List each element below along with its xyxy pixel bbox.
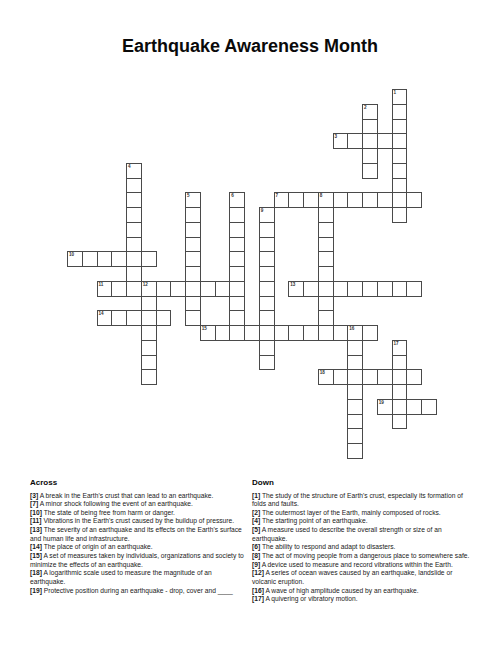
crossword-cell[interactable] [259, 355, 275, 371]
clue-text: The severity of an earthquake and its ef… [30, 526, 242, 542]
cell-number: 1 [394, 90, 397, 95]
down-clue-list: [1] The study of the structure of Earth'… [252, 492, 474, 605]
crossword-cell[interactable] [362, 133, 378, 149]
crossword-cell[interactable] [288, 192, 304, 208]
crossword-cell[interactable] [377, 192, 393, 208]
across-clue-list: [3] A break in the Earth's crust that ca… [30, 492, 247, 596]
crossword-cell[interactable] [274, 325, 290, 341]
crossword-cell[interactable] [215, 325, 231, 341]
cell-number: 6 [231, 193, 234, 198]
crossword-cell[interactable] [333, 281, 349, 297]
clue-text: A logarithmic scale used to measure the … [30, 569, 212, 585]
crossword-cell[interactable] [392, 192, 408, 208]
crossword-cell[interactable] [392, 119, 408, 135]
crossword-cell[interactable] [259, 266, 275, 282]
crossword-cell[interactable] [141, 325, 157, 341]
crossword-cell[interactable] [259, 237, 275, 253]
cell-number: 12 [143, 282, 148, 287]
crossword-cell[interactable] [318, 325, 334, 341]
crossword-cell[interactable] [318, 281, 334, 297]
cell-number: 5 [187, 193, 190, 198]
clue-item-14-across: [14] The place of origin of an earthquak… [30, 543, 247, 552]
crossword-cell[interactable]: 1 [392, 89, 408, 105]
crossword-cell[interactable] [141, 355, 157, 371]
clue-item-12-down: [12] A series of ocean waves caused by a… [252, 569, 474, 586]
crossword-cell[interactable]: 15 [200, 325, 216, 341]
clue-number: [4] [252, 517, 260, 524]
clue-item-13-across: [13] The severity of an earthquake and i… [30, 526, 247, 543]
crossword-cell[interactable]: 4 [126, 163, 142, 179]
crossword-cell[interactable] [259, 281, 275, 297]
crossword-cell[interactable] [318, 222, 334, 238]
crossword-cell[interactable] [347, 355, 363, 371]
clue-number: [5] [252, 526, 260, 533]
crossword-cell[interactable]: 5 [185, 192, 201, 208]
crossword-cell[interactable] [392, 281, 408, 297]
clue-number: [12] [252, 569, 264, 576]
crossword-cell[interactable] [303, 281, 319, 297]
crossword-cell[interactable] [126, 222, 142, 238]
clue-number: [18] [30, 569, 42, 576]
crossword-cell[interactable]: 7 [274, 192, 290, 208]
clue-item-5-down: [5] A measure used to describe the overa… [252, 526, 474, 543]
crossword-cell[interactable] [421, 399, 437, 415]
clue-number: [9] [252, 561, 260, 568]
clue-number: [15] [30, 552, 42, 559]
crossword-cell[interactable] [362, 163, 378, 179]
clue-text: The starting point of an earthquake. [260, 517, 367, 524]
cell-number: 14 [99, 311, 104, 316]
crossword-cell[interactable] [392, 207, 408, 223]
clue-item-18-across: [18] A logarithmic scale used to measure… [30, 569, 247, 586]
clue-text: A quivering or vibratory motion. [264, 595, 358, 602]
clue-number: [3] [30, 492, 38, 499]
clue-number: [7] [30, 500, 38, 507]
crossword-cell[interactable] [347, 399, 363, 415]
crossword-cell[interactable] [126, 266, 142, 282]
cell-number: 2 [364, 105, 367, 110]
crossword-cell[interactable] [347, 281, 363, 297]
clue-item-10-across: [10] The state of being free from harm o… [30, 509, 247, 518]
crossword-cell[interactable] [185, 310, 201, 326]
crossword-cell[interactable] [229, 222, 245, 238]
cell-number: 4 [128, 164, 131, 169]
clue-text: A series of ocean waves caused by an ear… [252, 569, 452, 585]
clue-item-9-down: [9] A device used to measure and record … [252, 561, 474, 570]
crossword-cell[interactable] [185, 237, 201, 253]
clue-item-8-down: [8] The act of moving people from a dang… [252, 552, 474, 561]
crossword-cell[interactable] [229, 251, 245, 267]
crossword-cell[interactable] [347, 443, 363, 459]
crossword-cell[interactable] [126, 251, 142, 267]
cell-number: 9 [261, 208, 264, 213]
clue-text: A measure used to describe the overall s… [252, 526, 442, 542]
clue-number: [17] [252, 595, 264, 602]
crossword-cell[interactable] [229, 296, 245, 312]
crossword-cell[interactable] [362, 325, 378, 341]
clue-item-6-down: [6] The ability to respond and adapt to … [252, 543, 474, 552]
crossword-cell[interactable] [333, 192, 349, 208]
crossword-cell[interactable] [126, 237, 142, 253]
crossword-cell[interactable] [259, 310, 275, 326]
crossword-cell[interactable] [259, 251, 275, 267]
clue-item-17-down: [17] A quivering or vibratory motion. [252, 595, 474, 604]
crossword-cell[interactable] [111, 281, 127, 297]
clue-number: [2] [252, 509, 260, 516]
clue-number: [6] [252, 543, 260, 550]
crossword-cell[interactable] [392, 148, 408, 164]
crossword-page: Earthquake Awareness Month 1234567891011… [0, 0, 500, 647]
cell-number: 19 [379, 400, 384, 405]
crossword-cell[interactable] [392, 163, 408, 179]
across-clues-section: Across [3] A break in the Earth's crust … [30, 478, 247, 595]
crossword-cell[interactable] [362, 281, 378, 297]
crossword-cell[interactable]: 16 [347, 325, 363, 341]
crossword-cell[interactable]: 9 [259, 207, 275, 223]
clue-item-7-across: [7] A minor shock following the event of… [30, 500, 247, 509]
crossword-cell[interactable] [259, 325, 275, 341]
crossword-cell[interactable] [333, 325, 349, 341]
clue-item-3-across: [3] A break in the Earth's crust that ca… [30, 492, 247, 501]
clue-item-11-across: [11] Vibrations in the Earth's crust cau… [30, 517, 247, 526]
crossword-cell[interactable] [126, 310, 142, 326]
cell-number: 7 [276, 193, 279, 198]
crossword-cell[interactable] [392, 384, 408, 400]
clue-number: [11] [30, 517, 42, 524]
crossword-cell[interactable] [111, 310, 127, 326]
clue-text: The place of origin of an earthquake. [42, 543, 153, 550]
crossword-cell[interactable] [141, 296, 157, 312]
crossword-cell[interactable] [185, 207, 201, 223]
crossword-cell[interactable] [156, 281, 172, 297]
crossword-cell[interactable] [141, 340, 157, 356]
clue-text: The ability to respond and adapt to disa… [260, 543, 395, 550]
crossword-cell[interactable] [229, 237, 245, 253]
crossword-cell[interactable] [170, 281, 186, 297]
crossword-cell[interactable] [111, 251, 127, 267]
cell-number: 3 [335, 134, 338, 139]
crossword-cell[interactable] [185, 296, 201, 312]
crossword-cell[interactable] [82, 251, 98, 267]
crossword-cell[interactable] [392, 178, 408, 194]
crossword-cell[interactable]: 12 [141, 281, 157, 297]
clue-item-2-down: [2] The outermost layer of the Earth, ma… [252, 509, 474, 518]
clue-number: [13] [30, 526, 42, 533]
crossword-cell[interactable] [141, 369, 157, 385]
cell-number: 8 [320, 193, 323, 198]
crossword-cell[interactable] [126, 192, 142, 208]
crossword-cell[interactable] [392, 399, 408, 415]
cell-number: 16 [349, 326, 354, 331]
crossword-cell[interactable]: 13 [288, 281, 304, 297]
crossword-cell[interactable] [244, 325, 260, 341]
crossword-cell[interactable] [126, 207, 142, 223]
clue-number: [14] [30, 543, 42, 550]
clue-item-4-down: [4] The starting point of an earthquake. [252, 517, 474, 526]
crossword-cell[interactable] [229, 325, 245, 341]
crossword-cell[interactable] [392, 414, 408, 430]
clue-text: The act of moving people from a dangerou… [260, 552, 469, 559]
crossword-cell[interactable] [229, 207, 245, 223]
crossword-cell[interactable] [229, 310, 245, 326]
crossword-cell[interactable]: 2 [362, 104, 378, 120]
crossword-cell[interactable] [185, 222, 201, 238]
crossword-cell[interactable] [156, 310, 172, 326]
crossword-cell[interactable] [141, 251, 157, 267]
down-header: Down [252, 478, 474, 487]
crossword-cell[interactable] [200, 281, 216, 297]
crossword-cell[interactable] [362, 148, 378, 164]
crossword-cell[interactable] [318, 296, 334, 312]
cell-number: 13 [290, 282, 295, 287]
clue-text: A device used to measure and record vibr… [260, 561, 453, 568]
down-clues-section: Down [1] The study of the structure of E… [252, 478, 474, 604]
crossword-cell[interactable] [318, 207, 334, 223]
clue-number: [1] [252, 492, 260, 499]
crossword-cell[interactable] [377, 133, 393, 149]
cell-number: 11 [99, 282, 104, 287]
crossword-cell[interactable] [377, 281, 393, 297]
crossword-cell[interactable]: 10 [67, 251, 83, 267]
clue-text: A wave of high amplitude caused by an ea… [264, 587, 419, 594]
crossword-cell[interactable] [406, 192, 422, 208]
crossword-cell[interactable] [141, 310, 157, 326]
cell-number: 17 [394, 341, 399, 346]
crossword-cell[interactable] [318, 266, 334, 282]
crossword-cell[interactable] [303, 325, 319, 341]
crossword-cell[interactable] [347, 133, 363, 149]
crossword-cell[interactable] [259, 340, 275, 356]
crossword-cell[interactable] [347, 384, 363, 400]
clue-text: The study of the structure of Earth's cr… [252, 492, 463, 508]
crossword-cell[interactable] [377, 369, 393, 385]
crossword-cell[interactable] [126, 281, 142, 297]
clue-item-19-across: [19] Protective position during an earth… [30, 587, 247, 596]
crossword-cell[interactable] [406, 399, 422, 415]
crossword-cell[interactable] [392, 369, 408, 385]
crossword-cell[interactable] [333, 369, 349, 385]
crossword-cell[interactable] [362, 192, 378, 208]
clue-number: [16] [252, 587, 264, 594]
clue-number: [8] [252, 552, 260, 559]
crossword-cell[interactable] [392, 104, 408, 120]
clue-text: A minor shock following the event of an … [38, 500, 193, 507]
crossword-cell[interactable] [392, 133, 408, 149]
crossword-cell[interactable] [229, 266, 245, 282]
crossword-cell[interactable]: 17 [392, 340, 408, 356]
crossword-cell[interactable] [318, 237, 334, 253]
crossword-cell[interactable] [229, 281, 245, 297]
crossword-cell[interactable] [406, 281, 422, 297]
clue-item-16-down: [16] A wave of high amplitude caused by … [252, 587, 474, 596]
crossword-cell[interactable]: 19 [377, 399, 393, 415]
clue-item-15-across: [15] A set of measures taken by individu… [30, 552, 247, 569]
clue-text: The state of being free from harm or dan… [42, 509, 175, 516]
crossword-cell[interactable] [318, 251, 334, 267]
clue-number: [10] [30, 509, 42, 516]
crossword-cell[interactable] [362, 119, 378, 135]
crossword-cell[interactable] [185, 266, 201, 282]
crossword-cell[interactable] [97, 251, 113, 267]
crossword-cell[interactable] [303, 192, 319, 208]
crossword-cell[interactable] [215, 281, 231, 297]
crossword-cell[interactable] [406, 369, 422, 385]
cell-number: 15 [202, 326, 207, 331]
clue-item-1-down: [1] The study of the structure of Earth'… [252, 492, 474, 509]
cell-number: 10 [69, 252, 74, 257]
crossword-cell[interactable] [392, 355, 408, 371]
crossword-cell[interactable]: 11 [97, 281, 113, 297]
crossword-cell[interactable] [347, 369, 363, 385]
crossword-cell[interactable]: 3 [333, 133, 349, 149]
clue-text: Vibrations in the Earth's crust caused b… [42, 517, 235, 524]
clue-text: A break in the Earth's crust that can le… [38, 492, 213, 499]
crossword-cell[interactable]: 18 [318, 369, 334, 385]
cell-number: 18 [320, 370, 325, 375]
crossword-cell[interactable] [347, 428, 363, 444]
crossword-cell[interactable]: 14 [97, 310, 113, 326]
crossword-cell[interactable] [185, 251, 201, 267]
crossword-cell[interactable] [347, 340, 363, 356]
clue-text: Protective position during an earthquake… [42, 587, 233, 594]
crossword-cell[interactable] [362, 369, 378, 385]
crossword-cell[interactable] [318, 310, 334, 326]
across-header: Across [30, 478, 247, 487]
crossword-cell[interactable] [185, 281, 201, 297]
clue-text: The outermost layer of the Earth, mainly… [260, 509, 441, 516]
clue-number: [19] [30, 587, 42, 594]
crossword-cell[interactable]: 8 [318, 192, 334, 208]
crossword-cell[interactable] [347, 414, 363, 430]
clue-text: A set of measures taken by individuals, … [30, 552, 244, 568]
crossword-cell[interactable] [259, 296, 275, 312]
crossword-cell[interactable] [347, 192, 363, 208]
crossword-cell[interactable] [259, 222, 275, 238]
crossword-cell[interactable]: 6 [229, 192, 245, 208]
crossword-cell[interactable] [288, 325, 304, 341]
crossword-cell[interactable] [126, 178, 142, 194]
